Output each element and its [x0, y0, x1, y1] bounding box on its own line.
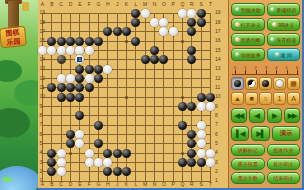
black-stone	[187, 46, 196, 55]
slider-tick-label: 0	[234, 66, 236, 70]
black-stone	[197, 93, 206, 102]
black-stone	[75, 65, 84, 74]
row-label: 12	[215, 76, 221, 81]
black-stone	[85, 37, 94, 46]
control-panel: 智能求助 黄埔特训 打开讲义 99讲义 形势判断 保存棋谱 动画故事 返 回 0…	[228, 0, 302, 188]
fast-forward-button[interactable]: ▶▶	[284, 108, 300, 123]
grade-homework-button[interactable]: 批改作业	[267, 144, 301, 156]
tool-alternate-stones[interactable]	[245, 77, 258, 90]
white-stone	[141, 9, 150, 18]
column-label: G	[97, 2, 101, 7]
black-stone	[113, 149, 122, 158]
nav-row: ◀◀ ◀ ▶ ▶▶	[231, 108, 300, 123]
row-label: 8	[40, 113, 43, 118]
to-start-button[interactable]: ▌◀	[231, 126, 249, 141]
slider-tick	[287, 70, 288, 74]
column-label: J	[116, 182, 119, 187]
slider-tick-label: 5	[286, 66, 288, 70]
button-label: 打开讲义	[241, 22, 261, 28]
black-stone	[94, 37, 103, 46]
bottom-button-grid: 讲解标记 批改作业 重点投票 再次研讨 显示手数 结束研讨	[231, 144, 300, 184]
black-stone	[178, 102, 187, 111]
black-stone	[75, 93, 84, 102]
back-icon: ◀	[254, 112, 258, 119]
row-label: 4	[215, 150, 218, 155]
markup-triangle-button[interactable]: ▲	[231, 92, 244, 105]
white-stone	[206, 158, 215, 167]
markup-number-button[interactable]: 1	[273, 92, 286, 105]
row-label: 17	[215, 29, 221, 34]
row-label: 19	[215, 10, 221, 15]
row-label: 13	[40, 66, 46, 71]
nav-row-2: ▌◀ ▶▌ 演示	[231, 126, 300, 141]
column-label: S	[199, 182, 202, 187]
fast-back-icon: ◀◀	[234, 112, 243, 119]
black-stone	[113, 167, 122, 176]
column-label: M	[143, 2, 147, 7]
column-label: O	[162, 2, 166, 7]
menu-icon	[272, 22, 277, 27]
row-label: 15	[215, 48, 221, 53]
markup-tool-row: ▲ ■ ○ 1 A	[231, 92, 300, 105]
demo-button[interactable]: 演示	[272, 126, 300, 141]
markup-square-button[interactable]: ■	[245, 92, 258, 105]
black-stone	[187, 139, 196, 148]
black-stone	[159, 55, 168, 64]
black-stone	[85, 83, 94, 92]
slider-tick-label: 3	[265, 66, 267, 70]
row-label: 10	[40, 94, 46, 99]
black-stone	[47, 83, 56, 92]
white-stone	[159, 18, 168, 27]
white-stone	[57, 46, 66, 55]
black-stone	[66, 83, 75, 92]
column-label: Q	[181, 182, 185, 187]
white-stone	[57, 149, 66, 158]
black-stone	[131, 18, 140, 27]
bush	[0, 108, 30, 138]
white-stone-icon	[276, 80, 283, 87]
grid-line	[145, 13, 146, 182]
lily-pad	[2, 177, 12, 182]
row-label: 12	[40, 76, 46, 81]
column-label: P	[171, 2, 174, 7]
position-judge-button[interactable]: 形势判断	[231, 33, 265, 46]
show-move-numbers-button[interactable]: 显示手数	[231, 172, 265, 184]
black-stone	[66, 93, 75, 102]
to-end-icon: ▶▌	[256, 130, 264, 137]
black-stone	[103, 167, 112, 176]
column-label: D	[69, 2, 73, 7]
white-stone	[159, 27, 168, 36]
row-label: 11	[40, 85, 45, 90]
white-stone	[197, 149, 206, 158]
white-stone	[103, 158, 112, 167]
black-stone	[131, 37, 140, 46]
button-label: 批改作业	[273, 147, 293, 153]
black-stone	[57, 37, 66, 46]
black-stone	[47, 158, 56, 167]
fast-forward-icon: ▶▶	[288, 112, 297, 119]
black-stone	[187, 149, 196, 158]
tool-place-black-selected[interactable]	[231, 77, 244, 90]
app-logo: 围棋 乐园	[0, 26, 27, 49]
black-stone	[57, 83, 66, 92]
row-label: 1	[40, 178, 43, 183]
black-stone	[47, 37, 56, 46]
black-stone	[75, 83, 84, 92]
black-stone	[187, 27, 196, 36]
jungle-scene: 围棋 乐园	[0, 0, 38, 190]
white-stone	[206, 102, 215, 111]
black-stone	[57, 93, 66, 102]
button-label: 讲解标记	[238, 147, 258, 153]
white-stone	[187, 9, 196, 18]
grid-line	[42, 181, 211, 182]
square-icon: ■	[249, 95, 253, 102]
white-stone	[85, 149, 94, 158]
black-stone	[187, 158, 196, 167]
black-stone	[66, 139, 75, 148]
black-stone	[197, 158, 206, 167]
white-stone	[57, 74, 66, 83]
star-point	[181, 96, 184, 99]
white-stone: 1	[75, 55, 84, 64]
column-label: Q	[181, 2, 185, 7]
black-stone	[187, 55, 196, 64]
row-label: 16	[40, 38, 46, 43]
go-app-window: 围棋 乐园 AA1919BB1818CC1717DD1616EE1515FF14…	[0, 0, 304, 190]
black-stone	[103, 27, 112, 36]
white-stone	[206, 149, 215, 158]
button-label: 动画故事	[241, 52, 261, 58]
grid-line	[154, 13, 155, 182]
white-stone	[66, 46, 75, 55]
white-stone	[197, 121, 206, 130]
row-label: 14	[40, 57, 46, 62]
black-stone	[178, 158, 187, 167]
open-lecture-button[interactable]: 打开讲义	[231, 18, 265, 31]
row-label: 1	[215, 178, 218, 183]
circle-icon: ○	[263, 95, 267, 102]
menu-icon	[270, 37, 275, 42]
white-stone	[94, 158, 103, 167]
row-label: 13	[215, 66, 221, 71]
column-label: O	[162, 182, 166, 187]
flag-icon	[22, 2, 29, 11]
column-label: E	[78, 182, 81, 187]
markup-circle-button[interactable]: ○	[259, 92, 272, 105]
column-label: D	[69, 182, 73, 187]
black-stone	[66, 37, 75, 46]
column-label: R	[190, 2, 194, 7]
column-label: F	[88, 182, 91, 187]
tool-grid[interactable]: ▦	[287, 77, 300, 90]
training-camp-button[interactable]: 黄埔特训	[267, 3, 301, 16]
black-stone	[94, 65, 103, 74]
row-label: 8	[215, 113, 218, 118]
to-end-button[interactable]: ▶▌	[251, 126, 269, 141]
column-label: A	[41, 2, 44, 7]
slider-tick-label: 4	[275, 66, 277, 70]
white-stone	[197, 130, 206, 139]
row-label: 6	[40, 132, 43, 137]
tool-white-stone[interactable]	[273, 77, 286, 90]
black-stone	[197, 18, 206, 27]
column-label: L	[134, 182, 137, 187]
menu-icon	[235, 37, 240, 42]
row-label: 18	[215, 20, 221, 25]
column-label: M	[143, 182, 147, 187]
star-point	[69, 152, 72, 155]
black-stone	[66, 130, 75, 139]
stone-tool-row: ▦	[231, 77, 300, 90]
row-label: 7	[40, 122, 43, 127]
slider-tick-label: 2	[255, 66, 257, 70]
tool-black-stone[interactable]	[259, 77, 272, 90]
white-stone	[66, 74, 75, 83]
row-label: 19	[40, 10, 46, 15]
star-point	[181, 40, 184, 43]
white-stone	[47, 46, 56, 55]
grid-line	[42, 115, 211, 116]
black-stone	[187, 130, 196, 139]
column-label: F	[88, 2, 91, 7]
black-stone	[113, 27, 122, 36]
smart-help-button[interactable]: 智能求助	[231, 3, 265, 16]
slider-tick	[256, 70, 257, 74]
column-label: B	[50, 2, 53, 7]
white-stone	[38, 46, 47, 55]
button-label: 显示手数	[238, 175, 258, 181]
button-label: 重点投票	[238, 161, 258, 167]
demo-label: 演示	[280, 130, 292, 136]
black-stone	[141, 55, 150, 64]
column-label: J	[116, 2, 119, 7]
button-label: 再次研讨	[273, 161, 293, 167]
black-stone-icon	[262, 80, 269, 87]
column-label: N	[153, 182, 157, 187]
alternate-stone-icon	[248, 80, 255, 87]
return-button[interactable]: 返 回	[267, 48, 301, 61]
save-kifu-button[interactable]: 保存棋谱	[267, 33, 301, 46]
row-label: 2	[215, 169, 218, 174]
vote-button[interactable]: 重点投票	[231, 158, 265, 170]
column-label: S	[199, 2, 202, 7]
column-label: C	[59, 2, 63, 7]
black-stone	[122, 149, 131, 158]
row-label: 10	[215, 94, 221, 99]
slider-tick	[297, 70, 298, 74]
black-stone	[94, 139, 103, 148]
forward-icon: ▶	[272, 112, 276, 119]
column-label: K	[125, 182, 128, 187]
go-board[interactable]: AA1919BB1818CC1717DD1616EE1515FF1414GG13…	[38, 0, 228, 188]
menu-icon	[235, 52, 240, 57]
menu-icon	[270, 7, 275, 12]
black-stone	[75, 111, 84, 120]
row-label: 16	[215, 38, 221, 43]
black-stone	[122, 27, 131, 36]
discuss-again-button[interactable]: 再次研讨	[267, 158, 301, 170]
fast-back-button[interactable]: ◀◀	[231, 108, 247, 123]
black-stone	[94, 121, 103, 130]
black-stone	[187, 102, 196, 111]
row-label: 7	[215, 122, 218, 127]
logo-text-2: 乐园	[6, 37, 21, 45]
black-stone-icon	[234, 80, 241, 87]
button-label: 99讲义	[278, 22, 294, 28]
column-label: H	[106, 2, 110, 7]
slider-tick	[245, 70, 246, 74]
row-label: 17	[40, 29, 46, 34]
slider-tick	[276, 70, 277, 74]
black-stone	[122, 167, 131, 176]
end-discussion-button[interactable]: 结束研讨	[267, 172, 301, 184]
menu-icon	[275, 52, 280, 57]
column-label: T	[209, 182, 212, 187]
column-label: C	[59, 182, 63, 187]
column-label: G	[97, 182, 101, 187]
letter-icon: A	[291, 95, 296, 102]
black-stone	[131, 9, 140, 18]
button-label: 返 回	[281, 52, 292, 58]
black-stone	[150, 55, 159, 64]
logo-text-1: 围棋	[5, 28, 20, 36]
row-label: 9	[215, 104, 218, 109]
row-label: 5	[215, 141, 218, 146]
black-stone	[178, 121, 187, 130]
white-stone	[85, 74, 94, 83]
black-stone	[75, 37, 84, 46]
button-label: 结束研讨	[273, 175, 293, 181]
white-stone	[85, 158, 94, 167]
black-stone	[94, 74, 103, 83]
white-stone	[75, 139, 84, 148]
slider-tick-label: 1	[244, 66, 246, 70]
white-stone	[75, 130, 84, 139]
black-stone	[206, 93, 215, 102]
bush	[0, 60, 22, 82]
menu-icon	[235, 22, 240, 27]
column-label: P	[171, 182, 174, 187]
row-label: 3	[215, 160, 218, 165]
lecture-marks-button[interactable]: 讲解标记	[231, 144, 265, 156]
menu-icon	[235, 7, 240, 12]
black-stone	[150, 46, 159, 55]
black-stone	[85, 65, 94, 74]
row-label: 6	[215, 132, 218, 137]
last-move-marker: 1	[77, 57, 82, 62]
button-label: 黄埔特训	[276, 7, 296, 13]
column-label: T	[209, 2, 212, 7]
slider-tick	[266, 70, 267, 74]
lecture-99-button[interactable]: 99讲义	[267, 18, 301, 31]
back-button[interactable]: ◀	[249, 108, 265, 123]
menu-button-grid: 智能求助 黄埔特训 打开讲义 99讲义 形势判断 保存棋谱 动画故事 返 回	[231, 3, 300, 61]
column-label: N	[153, 2, 157, 7]
row-label: 11	[215, 85, 220, 90]
grid-line	[163, 13, 164, 182]
row-label: 4	[40, 150, 43, 155]
star-point	[181, 152, 184, 155]
row-label: 14	[215, 57, 221, 62]
white-stone	[197, 139, 206, 148]
column-label: L	[134, 2, 137, 7]
slider-tick-label: 6	[296, 66, 298, 70]
white-stone	[178, 9, 187, 18]
column-label: H	[106, 182, 110, 187]
white-stone	[57, 158, 66, 167]
number-icon: 1	[278, 95, 282, 102]
white-stone	[57, 167, 66, 176]
column-label: K	[125, 2, 128, 7]
star-point	[125, 40, 128, 43]
move-slider[interactable]: 0123456	[232, 63, 299, 75]
slider-tick	[235, 70, 236, 74]
black-stone	[197, 9, 206, 18]
grid-line	[173, 13, 174, 182]
row-label: 5	[40, 141, 43, 146]
forward-button[interactable]: ▶	[267, 108, 283, 123]
row-label: 3	[40, 160, 43, 165]
button-label: 形势判断	[241, 37, 261, 43]
markup-letter-button[interactable]: A	[287, 92, 300, 105]
white-stone	[197, 102, 206, 111]
button-label: 保存棋谱	[276, 37, 296, 43]
star-point	[125, 96, 128, 99]
white-stone	[75, 46, 84, 55]
black-stone	[47, 167, 56, 176]
white-stone	[85, 46, 94, 55]
triangle-icon: ▲	[234, 95, 241, 102]
black-stone	[57, 55, 66, 64]
animation-story-button[interactable]: 动画故事	[231, 48, 265, 61]
white-stone	[169, 27, 178, 36]
black-stone	[187, 18, 196, 27]
column-label: R	[190, 182, 194, 187]
button-label: 智能求助	[241, 7, 261, 13]
column-label: E	[78, 2, 81, 7]
to-start-icon: ▌◀	[236, 130, 244, 137]
grid-icon: ▦	[290, 80, 297, 87]
row-label: 9	[40, 104, 43, 109]
row-label: 18	[40, 20, 46, 25]
white-stone	[103, 65, 112, 74]
black-stone	[103, 149, 112, 158]
bush	[14, 80, 38, 106]
column-label: B	[50, 182, 53, 187]
black-stone	[47, 149, 56, 158]
row-label: 2	[40, 169, 43, 174]
white-stone	[150, 18, 159, 27]
black-stone	[75, 74, 84, 83]
